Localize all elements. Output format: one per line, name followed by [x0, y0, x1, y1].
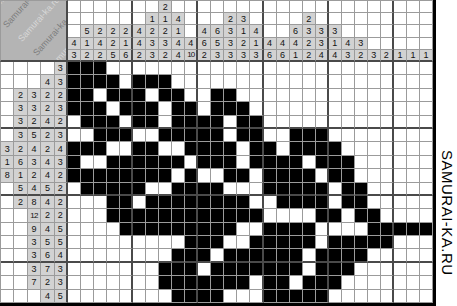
board-cell-filled[interactable] — [68, 142, 81, 155]
board-cell-empty[interactable] — [146, 276, 159, 289]
board-cell-filled[interactable] — [198, 249, 211, 262]
board-cell-empty[interactable] — [237, 142, 250, 155]
board-cell-filled[interactable] — [81, 142, 94, 155]
board-cell-empty[interactable] — [407, 129, 420, 142]
board-cell-empty[interactable] — [303, 263, 316, 276]
board-cell-empty[interactable] — [368, 183, 381, 196]
board-cell-filled[interactable] — [355, 209, 368, 222]
board-cell-empty[interactable] — [133, 249, 146, 262]
board-cell-filled[interactable] — [237, 116, 250, 129]
board-cell-empty[interactable] — [146, 236, 159, 249]
board-cell-filled[interactable] — [290, 290, 303, 303]
board-cell-filled[interactable] — [316, 249, 329, 262]
board-cell-filled[interactable] — [211, 290, 224, 303]
board-cell-filled[interactable] — [211, 263, 224, 276]
board-cell-empty[interactable] — [303, 249, 316, 262]
board-cell-filled[interactable] — [303, 183, 316, 196]
board-cell-filled[interactable] — [68, 75, 81, 88]
board-cell-filled[interactable] — [394, 223, 407, 236]
board-cell-filled[interactable] — [146, 169, 159, 182]
board-cell-filled[interactable] — [237, 263, 250, 276]
board-cell-empty[interactable] — [68, 249, 81, 262]
board-cell-filled[interactable] — [159, 263, 172, 276]
board-cell-empty[interactable] — [277, 89, 290, 102]
board-cell-empty[interactable] — [250, 89, 263, 102]
board-cell-filled[interactable] — [224, 196, 237, 209]
board-cell-empty[interactable] — [133, 196, 146, 209]
board-cell-filled[interactable] — [185, 142, 198, 155]
board-cell-empty[interactable] — [407, 196, 420, 209]
board-cell-empty[interactable] — [420, 89, 433, 102]
board-cell-empty[interactable] — [277, 62, 290, 75]
board-cell-filled[interactable] — [133, 89, 146, 102]
board-cell-empty[interactable] — [407, 89, 420, 102]
board-cell-filled[interactable] — [250, 209, 263, 222]
board-cell-empty[interactable] — [237, 183, 250, 196]
board-cell-empty[interactable] — [355, 89, 368, 102]
board-cell-empty[interactable] — [277, 129, 290, 142]
board-cell-empty[interactable] — [355, 276, 368, 289]
board-cell-empty[interactable] — [420, 129, 433, 142]
board-cell-filled[interactable] — [355, 249, 368, 262]
board-cell-filled[interactable] — [250, 116, 263, 129]
board-cell-empty[interactable] — [159, 249, 172, 262]
board-cell-filled[interactable] — [277, 249, 290, 262]
board-cell-empty[interactable] — [355, 116, 368, 129]
board-cell-empty[interactable] — [237, 89, 250, 102]
board-cell-empty[interactable] — [303, 62, 316, 75]
board-cell-filled[interactable] — [172, 290, 185, 303]
board-cell-filled[interactable] — [159, 209, 172, 222]
board-cell-filled[interactable] — [198, 276, 211, 289]
board-cell-filled[interactable] — [237, 169, 250, 182]
board-cell-empty[interactable] — [94, 236, 107, 249]
board-cell-empty[interactable] — [120, 75, 133, 88]
board-cell-filled[interactable] — [264, 263, 277, 276]
board-cell-empty[interactable] — [316, 223, 329, 236]
board-cell-filled[interactable] — [94, 142, 107, 155]
board-cell-empty[interactable] — [185, 156, 198, 169]
board-cell-empty[interactable] — [146, 290, 159, 303]
board-cell-empty[interactable] — [81, 236, 94, 249]
board-cell-filled[interactable] — [146, 102, 159, 115]
board-cell-empty[interactable] — [381, 75, 394, 88]
board-cell-filled[interactable] — [198, 290, 211, 303]
board-cell-filled[interactable] — [198, 129, 211, 142]
board-cell-empty[interactable] — [381, 196, 394, 209]
board-cell-empty[interactable] — [107, 249, 120, 262]
board-cell-filled[interactable] — [355, 183, 368, 196]
board-cell-filled[interactable] — [329, 209, 342, 222]
board-cell-filled[interactable] — [342, 196, 355, 209]
board-cell-empty[interactable] — [394, 75, 407, 88]
board-cell-empty[interactable] — [420, 290, 433, 303]
board-cell-empty[interactable] — [316, 62, 329, 75]
board-cell-filled[interactable] — [133, 142, 146, 155]
board-cell-empty[interactable] — [224, 183, 237, 196]
board-cell-empty[interactable] — [420, 236, 433, 249]
board-cell-empty[interactable] — [316, 116, 329, 129]
board-cell-empty[interactable] — [159, 62, 172, 75]
board-cell-empty[interactable] — [342, 62, 355, 75]
board-cell-filled[interactable] — [290, 223, 303, 236]
board-cell-empty[interactable] — [290, 209, 303, 222]
board-cell-filled[interactable] — [81, 169, 94, 182]
board-cell-empty[interactable] — [198, 169, 211, 182]
board-cell-empty[interactable] — [420, 116, 433, 129]
board-cell-filled[interactable] — [120, 129, 133, 142]
board-cell-filled[interactable] — [224, 89, 237, 102]
board-cell-filled[interactable] — [94, 129, 107, 142]
board-cell-filled[interactable] — [224, 169, 237, 182]
board-cell-empty[interactable] — [394, 89, 407, 102]
board-cell-empty[interactable] — [303, 75, 316, 88]
board-cell-filled[interactable] — [368, 209, 381, 222]
board-cell-empty[interactable] — [146, 129, 159, 142]
board-cell-empty[interactable] — [81, 196, 94, 209]
board-cell-empty[interactable] — [159, 142, 172, 155]
board-cell-filled[interactable] — [264, 156, 277, 169]
board-cell-filled[interactable] — [250, 263, 263, 276]
board-cell-filled[interactable] — [159, 89, 172, 102]
board-cell-empty[interactable] — [107, 223, 120, 236]
board-cell-empty[interactable] — [172, 236, 185, 249]
board-cell-empty[interactable] — [329, 183, 342, 196]
board-cell-empty[interactable] — [68, 209, 81, 222]
board-cell-filled[interactable] — [250, 142, 263, 155]
board-cell-empty[interactable] — [250, 276, 263, 289]
board-cell-empty[interactable] — [381, 183, 394, 196]
board-cell-filled[interactable] — [172, 102, 185, 115]
board-cell-filled[interactable] — [81, 89, 94, 102]
board-cell-empty[interactable] — [159, 183, 172, 196]
board-cell-filled[interactable] — [211, 116, 224, 129]
board-cell-empty[interactable] — [329, 196, 342, 209]
board-cell-empty[interactable] — [68, 116, 81, 129]
board-cell-empty[interactable] — [290, 75, 303, 88]
board-cell-empty[interactable] — [81, 223, 94, 236]
board-cell-filled[interactable] — [329, 169, 342, 182]
board-cell-empty[interactable] — [107, 142, 120, 155]
board-cell-empty[interactable] — [368, 116, 381, 129]
board-cell-empty[interactable] — [407, 236, 420, 249]
board-cell-empty[interactable] — [381, 142, 394, 155]
board-cell-filled[interactable] — [211, 156, 224, 169]
board-cell-filled[interactable] — [303, 129, 316, 142]
board-cell-filled[interactable] — [303, 236, 316, 249]
board-cell-filled[interactable] — [185, 263, 198, 276]
board-cell-filled[interactable] — [237, 276, 250, 289]
board-cell-filled[interactable] — [133, 183, 146, 196]
board-cell-empty[interactable] — [394, 142, 407, 155]
board-cell-filled[interactable] — [185, 276, 198, 289]
board-cell-filled[interactable] — [250, 249, 263, 262]
board-cell-filled[interactable] — [68, 89, 81, 102]
board-cell-empty[interactable] — [394, 183, 407, 196]
board-cell-empty[interactable] — [133, 236, 146, 249]
board-cell-empty[interactable] — [368, 102, 381, 115]
board-cell-empty[interactable] — [420, 102, 433, 115]
board-cell-empty[interactable] — [133, 276, 146, 289]
board-cell-filled[interactable] — [316, 209, 329, 222]
board-cell-empty[interactable] — [172, 62, 185, 75]
board-cell-filled[interactable] — [81, 62, 94, 75]
board-cell-filled[interactable] — [107, 156, 120, 169]
board-cell-empty[interactable] — [329, 89, 342, 102]
board-cell-filled[interactable] — [290, 236, 303, 249]
board-cell-empty[interactable] — [94, 196, 107, 209]
board-cell-empty[interactable] — [394, 156, 407, 169]
board-cell-empty[interactable] — [420, 62, 433, 75]
board-cell-empty[interactable] — [224, 236, 237, 249]
board-cell-filled[interactable] — [172, 196, 185, 209]
board-cell-filled[interactable] — [133, 75, 146, 88]
board-cell-empty[interactable] — [355, 290, 368, 303]
board-cell-empty[interactable] — [224, 116, 237, 129]
board-cell-filled[interactable] — [120, 169, 133, 182]
board-cell-filled[interactable] — [198, 142, 211, 155]
board-cell-empty[interactable] — [368, 276, 381, 289]
board-cell-empty[interactable] — [198, 89, 211, 102]
board-cell-empty[interactable] — [394, 102, 407, 115]
board-cell-empty[interactable] — [68, 129, 81, 142]
board-cell-filled[interactable] — [94, 62, 107, 75]
board-cell-empty[interactable] — [355, 223, 368, 236]
board-cell-filled[interactable] — [68, 169, 81, 182]
board-cell-filled[interactable] — [381, 223, 394, 236]
board-cell-empty[interactable] — [407, 75, 420, 88]
board-cell-empty[interactable] — [250, 196, 263, 209]
board-cell-filled[interactable] — [159, 196, 172, 209]
board-cell-empty[interactable] — [368, 169, 381, 182]
board-cell-filled[interactable] — [316, 290, 329, 303]
board-cell-empty[interactable] — [146, 62, 159, 75]
board-cell-filled[interactable] — [277, 223, 290, 236]
board-cell-empty[interactable] — [94, 263, 107, 276]
board-cell-filled[interactable] — [290, 183, 303, 196]
board-cell-filled[interactable] — [290, 169, 303, 182]
board-cell-empty[interactable] — [211, 62, 224, 75]
board-cell-filled[interactable] — [342, 263, 355, 276]
board-cell-empty[interactable] — [355, 169, 368, 182]
board-cell-empty[interactable] — [224, 62, 237, 75]
board-cell-filled[interactable] — [133, 156, 146, 169]
board-cell-filled[interactable] — [277, 156, 290, 169]
board-cell-empty[interactable] — [250, 75, 263, 88]
board-cell-filled[interactable] — [211, 142, 224, 155]
board-cell-filled[interactable] — [290, 142, 303, 155]
board-cell-filled[interactable] — [303, 223, 316, 236]
board-cell-empty[interactable] — [381, 209, 394, 222]
board-cell-empty[interactable] — [342, 116, 355, 129]
board-cell-empty[interactable] — [303, 102, 316, 115]
board-cell-empty[interactable] — [290, 116, 303, 129]
board-cell-filled[interactable] — [277, 263, 290, 276]
board-cell-filled[interactable] — [172, 183, 185, 196]
board-cell-filled[interactable] — [81, 102, 94, 115]
board-cell-filled[interactable] — [329, 156, 342, 169]
board-cell-filled[interactable] — [211, 129, 224, 142]
board-cell-empty[interactable] — [224, 75, 237, 88]
board-cell-empty[interactable] — [342, 290, 355, 303]
board-cell-empty[interactable] — [290, 276, 303, 289]
board-cell-filled[interactable] — [224, 263, 237, 276]
board-cell-empty[interactable] — [264, 89, 277, 102]
board-cell-filled[interactable] — [172, 156, 185, 169]
board-cell-empty[interactable] — [264, 75, 277, 88]
board-cell-empty[interactable] — [420, 263, 433, 276]
board-cell-empty[interactable] — [381, 102, 394, 115]
board-cell-filled[interactable] — [277, 183, 290, 196]
board-cell-filled[interactable] — [133, 209, 146, 222]
board-cell-filled[interactable] — [237, 129, 250, 142]
board-cell-empty[interactable] — [120, 116, 133, 129]
board-cell-empty[interactable] — [264, 196, 277, 209]
board-cell-empty[interactable] — [355, 62, 368, 75]
board-cell-filled[interactable] — [185, 116, 198, 129]
board-cell-filled[interactable] — [277, 276, 290, 289]
board-cell-empty[interactable] — [368, 263, 381, 276]
board-cell-empty[interactable] — [172, 169, 185, 182]
board-cell-filled[interactable] — [264, 142, 277, 155]
board-cell-filled[interactable] — [185, 169, 198, 182]
board-cell-filled[interactable] — [120, 209, 133, 222]
board-cell-filled[interactable] — [290, 263, 303, 276]
board-cell-filled[interactable] — [120, 196, 133, 209]
board-cell-filled[interactable] — [316, 196, 329, 209]
board-cell-filled[interactable] — [120, 156, 133, 169]
board-cell-empty[interactable] — [316, 102, 329, 115]
board-cell-empty[interactable] — [264, 129, 277, 142]
board-cell-filled[interactable] — [198, 183, 211, 196]
board-cell-filled[interactable] — [185, 290, 198, 303]
board-cell-empty[interactable] — [407, 209, 420, 222]
board-cell-empty[interactable] — [172, 142, 185, 155]
board-cell-filled[interactable] — [303, 142, 316, 155]
board-cell-empty[interactable] — [94, 89, 107, 102]
board-cell-filled[interactable] — [277, 169, 290, 182]
board-cell-filled[interactable] — [172, 89, 185, 102]
board-cell-empty[interactable] — [316, 236, 329, 249]
board-cell-empty[interactable] — [146, 249, 159, 262]
board-cell-empty[interactable] — [81, 249, 94, 262]
board-cell-empty[interactable] — [381, 290, 394, 303]
board-cell-empty[interactable] — [368, 75, 381, 88]
board-cell-filled[interactable] — [133, 169, 146, 182]
board-cell-empty[interactable] — [420, 276, 433, 289]
board-cell-filled[interactable] — [198, 116, 211, 129]
board-cell-empty[interactable] — [81, 263, 94, 276]
board-cell-filled[interactable] — [329, 142, 342, 155]
board-cell-empty[interactable] — [394, 290, 407, 303]
board-cell-filled[interactable] — [420, 223, 433, 236]
board-cell-filled[interactable] — [107, 116, 120, 129]
board-cell-filled[interactable] — [224, 102, 237, 115]
board-cell-filled[interactable] — [120, 223, 133, 236]
board-cell-filled[interactable] — [224, 223, 237, 236]
board-cell-filled[interactable] — [68, 156, 81, 169]
board-cell-empty[interactable] — [420, 75, 433, 88]
board-cell-empty[interactable] — [381, 129, 394, 142]
board-cell-filled[interactable] — [237, 249, 250, 262]
board-cell-empty[interactable] — [368, 62, 381, 75]
board-cell-empty[interactable] — [329, 102, 342, 115]
board-cell-empty[interactable] — [316, 75, 329, 88]
board-cell-empty[interactable] — [342, 75, 355, 88]
board-cell-filled[interactable] — [94, 75, 107, 88]
board-cell-empty[interactable] — [355, 263, 368, 276]
board-cell-empty[interactable] — [107, 102, 120, 115]
board-cell-filled[interactable] — [107, 209, 120, 222]
board-cell-empty[interactable] — [303, 89, 316, 102]
board-cell-filled[interactable] — [185, 209, 198, 222]
board-cell-empty[interactable] — [107, 263, 120, 276]
board-cell-filled[interactable] — [172, 209, 185, 222]
board-cell-empty[interactable] — [342, 223, 355, 236]
board-cell-empty[interactable] — [355, 142, 368, 155]
board-cell-filled[interactable] — [211, 89, 224, 102]
board-cell-empty[interactable] — [94, 209, 107, 222]
board-cell-empty[interactable] — [394, 129, 407, 142]
board-cell-empty[interactable] — [381, 116, 394, 129]
board-cell-filled[interactable] — [329, 263, 342, 276]
board-cell-filled[interactable] — [342, 249, 355, 262]
board-cell-filled[interactable] — [316, 156, 329, 169]
board-cell-empty[interactable] — [146, 263, 159, 276]
board-cell-empty[interactable] — [420, 196, 433, 209]
board-cell-filled[interactable] — [159, 156, 172, 169]
board-cell-empty[interactable] — [94, 276, 107, 289]
board-cell-filled[interactable] — [290, 249, 303, 262]
board-cell-empty[interactable] — [407, 263, 420, 276]
board-cell-empty[interactable] — [250, 290, 263, 303]
board-cell-filled[interactable] — [250, 236, 263, 249]
board-cell-filled[interactable] — [120, 183, 133, 196]
board-cell-empty[interactable] — [394, 116, 407, 129]
board-cell-empty[interactable] — [120, 249, 133, 262]
board-cell-empty[interactable] — [277, 142, 290, 155]
board-cell-empty[interactable] — [68, 263, 81, 276]
board-cell-filled[interactable] — [211, 196, 224, 209]
board-cell-filled[interactable] — [355, 236, 368, 249]
board-cell-filled[interactable] — [68, 102, 81, 115]
board-cell-filled[interactable] — [172, 249, 185, 262]
board-cell-empty[interactable] — [133, 129, 146, 142]
board-cell-empty[interactable] — [264, 209, 277, 222]
board-cell-filled[interactable] — [407, 223, 420, 236]
board-cell-filled[interactable] — [185, 249, 198, 262]
board-cell-empty[interactable] — [303, 209, 316, 222]
board-cell-empty[interactable] — [237, 62, 250, 75]
board-cell-empty[interactable] — [185, 89, 198, 102]
board-cell-empty[interactable] — [159, 102, 172, 115]
board-cell-empty[interactable] — [133, 263, 146, 276]
board-cell-filled[interactable] — [316, 276, 329, 289]
board-cell-filled[interactable] — [94, 116, 107, 129]
board-cell-empty[interactable] — [107, 276, 120, 289]
board-cell-empty[interactable] — [120, 290, 133, 303]
board-cell-empty[interactable] — [107, 62, 120, 75]
board-cell-empty[interactable] — [250, 223, 263, 236]
board-cell-empty[interactable] — [81, 129, 94, 142]
board-cell-empty[interactable] — [394, 236, 407, 249]
board-cell-empty[interactable] — [381, 249, 394, 262]
board-cell-filled[interactable] — [224, 209, 237, 222]
board-cell-filled[interactable] — [329, 236, 342, 249]
board-cell-empty[interactable] — [329, 116, 342, 129]
board-cell-empty[interactable] — [211, 169, 224, 182]
board-cell-empty[interactable] — [81, 276, 94, 289]
